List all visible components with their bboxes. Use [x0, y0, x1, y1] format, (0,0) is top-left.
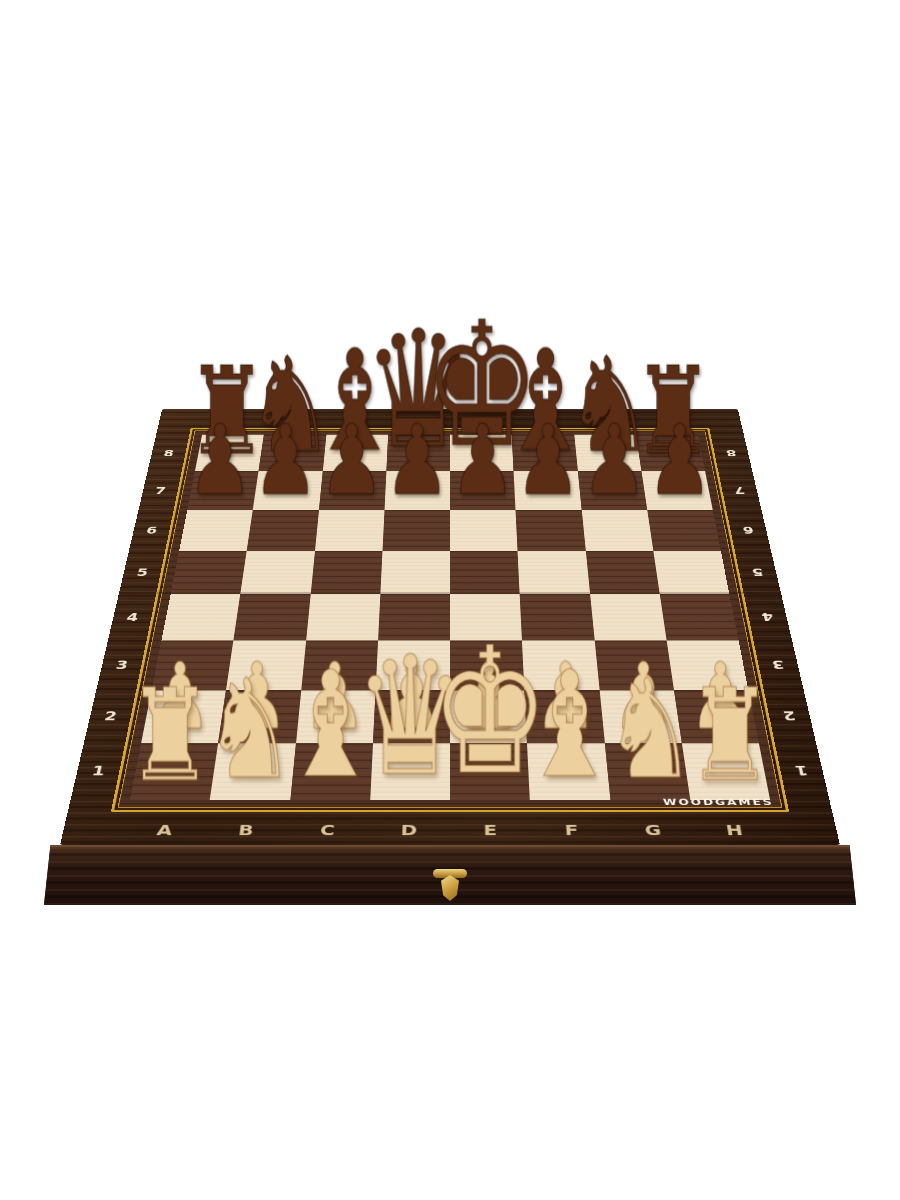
- square-a5[interactable]: [171, 551, 247, 595]
- square-g4[interactable]: [590, 594, 667, 640]
- piece-black-pawn[interactable]: ♟: [187, 412, 253, 509]
- square-h6[interactable]: [647, 510, 721, 551]
- file-label-f: F: [531, 821, 614, 839]
- rank-label-right-1: 1: [783, 743, 820, 800]
- square-a7[interactable]: ♟: [187, 471, 258, 510]
- rank-label-left-1: 1: [79, 743, 116, 800]
- rank-label-left-7: 7: [146, 471, 175, 510]
- gold-border: ♜♞♝♛♚♝♞♜♟♟♟♟♟♟♟♟♟♟♟♟♟♟♟♟♜♞♝♛♚♝♞♜: [111, 428, 789, 813]
- square-d6[interactable]: [382, 510, 450, 551]
- chessboard: ♜♞♝♛♚♝♞♜♟♟♟♟♟♟♟♟♟♟♟♟♟♟♟♟♜♞♝♛♚♝♞♜ WOODGAM…: [60, 0, 840, 845]
- square-c7[interactable]: ♟: [319, 471, 387, 510]
- piece-black-pawn[interactable]: ♟: [319, 412, 385, 509]
- file-label-g: G: [612, 821, 696, 839]
- square-h4[interactable]: [660, 594, 739, 640]
- square-f1[interactable]: ♝: [527, 743, 610, 800]
- square-d7[interactable]: ♟: [384, 471, 450, 510]
- piece-white-rook[interactable]: ♜: [687, 672, 773, 799]
- piece-white-knight[interactable]: ♞: [603, 662, 696, 799]
- square-h5[interactable]: [653, 551, 729, 595]
- rank-label-left-8: 8: [155, 435, 183, 471]
- piece-black-pawn[interactable]: ♟: [253, 412, 319, 509]
- file-label-b: B: [205, 821, 289, 839]
- square-g1[interactable]: ♞: [604, 743, 690, 800]
- square-g7[interactable]: ♟: [578, 471, 647, 510]
- file-label-d: D: [368, 821, 450, 839]
- piece-black-pawn[interactable]: ♟: [581, 412, 647, 509]
- rank-label-right-4: 4: [751, 594, 784, 640]
- piece-black-pawn[interactable]: ♟: [516, 412, 582, 509]
- file-label-h: H: [693, 821, 777, 839]
- square-e7[interactable]: ♟: [450, 471, 516, 510]
- brass-clasp: [430, 869, 470, 907]
- square-a6[interactable]: [179, 510, 253, 551]
- piece-black-pawn[interactable]: ♟: [384, 412, 450, 509]
- rank-label-left-6: 6: [136, 510, 166, 551]
- square-f6[interactable]: [516, 510, 586, 551]
- chess-set-photo: ♜♞♝♛♚♝♞♜♟♟♟♟♟♟♟♟♟♟♟♟♟♟♟♟♜♞♝♛♚♝♞♜ WOODGAM…: [0, 0, 900, 1200]
- rank-label-right-8: 8: [718, 435, 746, 471]
- square-a4[interactable]: [161, 594, 240, 640]
- piece-white-rook[interactable]: ♜: [127, 672, 213, 799]
- square-c6[interactable]: [315, 510, 385, 551]
- square-e6[interactable]: [450, 510, 518, 551]
- rank-label-right-7: 7: [725, 471, 754, 510]
- piece-black-pawn[interactable]: ♟: [450, 412, 516, 509]
- inner-gold-border: ♜♞♝♛♚♝♞♜♟♟♟♟♟♟♟♟♟♟♟♟♟♟♟♟♜♞♝♛♚♝♞♜: [118, 430, 783, 808]
- square-b4[interactable]: [234, 594, 311, 640]
- board-top-surface: ♜♞♝♛♚♝♞♜♟♟♟♟♟♟♟♟♟♟♟♟♟♟♟♟♜♞♝♛♚♝♞♜ WOODGAM…: [60, 409, 840, 845]
- rank-label-left-2: 2: [92, 690, 128, 743]
- rank-label-right-6: 6: [733, 510, 763, 551]
- square-b5[interactable]: [240, 551, 314, 595]
- squares-grid: ♜♞♝♛♚♝♞♜♟♟♟♟♟♟♟♟♟♟♟♟♟♟♟♟♜♞♝♛♚♝♞♜: [130, 435, 770, 800]
- square-e5[interactable]: [450, 551, 520, 595]
- rank-label-left-4: 4: [116, 594, 149, 640]
- square-h1[interactable]: ♜: [682, 743, 770, 800]
- square-e1[interactable]: ♚: [450, 743, 530, 800]
- square-c5[interactable]: [310, 551, 382, 595]
- square-b7[interactable]: ♟: [253, 471, 322, 510]
- fold-seam: [119, 593, 781, 594]
- rank-label-left-5: 5: [126, 551, 157, 594]
- piece-black-pawn[interactable]: ♟: [647, 412, 713, 509]
- square-h7[interactable]: ♟: [641, 471, 712, 510]
- file-label-e: E: [450, 821, 532, 839]
- square-d5[interactable]: [380, 551, 450, 595]
- rank-label-right-2: 2: [772, 690, 808, 743]
- file-label-a: A: [123, 821, 207, 839]
- square-g6[interactable]: [581, 510, 653, 551]
- clasp-drop-icon: [441, 875, 459, 901]
- square-g5[interactable]: [585, 551, 659, 595]
- file-label-c: C: [286, 821, 369, 839]
- square-f7[interactable]: ♟: [514, 471, 582, 510]
- rank-label-right-5: 5: [742, 551, 773, 594]
- square-f5[interactable]: [518, 551, 590, 595]
- square-b6[interactable]: [247, 510, 319, 551]
